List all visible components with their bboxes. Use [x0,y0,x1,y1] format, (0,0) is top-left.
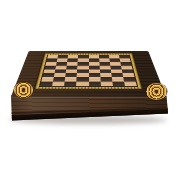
board-square-light [124,82,137,87]
corner-rosette-right [146,83,167,100]
board-inlay-border [34,53,143,89]
corner-rosette-left [14,82,33,98]
board-square-dark [40,82,53,87]
board-square-dark [64,82,76,87]
board-square-light [52,82,65,87]
case-lid-top [11,51,166,97]
board-square-light [100,82,112,87]
board-square-dark [89,82,101,87]
board-case-photo [0,0,176,176]
board-square-light [76,82,88,87]
chessboard [40,55,137,86]
board-square-dark [112,82,125,87]
